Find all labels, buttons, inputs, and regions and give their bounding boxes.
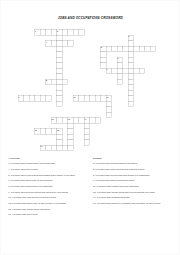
across-clues: ACROSS 1. a person who repairs water pip…	[8, 157, 84, 219]
clue-number: 2	[57, 30, 58, 32]
clue-number: 15	[35, 129, 37, 131]
page-title: JOBS AND OCCUPATIONS CROSSWORD	[0, 16, 180, 20]
clue-item: 12. a person who takes care of sick peop…	[8, 202, 84, 205]
grid-cell[interactable]	[106, 112, 112, 118]
clue-item: 9. a person who delivers letters and par…	[8, 190, 84, 193]
clue-item: 10. a person who cuts and styles people'…	[8, 196, 84, 199]
down-list: 2. a person who teaches children at scho…	[93, 162, 173, 205]
clue-item: 2. a person who teaches children at scho…	[93, 162, 173, 165]
grid-cell[interactable]	[139, 68, 145, 74]
crossword-grid: 1234567891011121314151617	[12, 30, 165, 153]
worksheet-page: JOBS AND OCCUPATIONS CROSSWORD 123456789…	[0, 0, 180, 255]
clue-item: 6. a person who bakes bread and cakes	[93, 179, 173, 182]
grid-cell[interactable]	[45, 96, 51, 102]
clue-item: 16. a person who works in a hospital and…	[93, 202, 173, 205]
grid-cell[interactable]	[128, 101, 134, 107]
grid-cell[interactable]	[56, 101, 62, 107]
grid-cell[interactable]	[117, 79, 123, 85]
clue-item: 1. a person who repairs water pipes and …	[8, 162, 84, 165]
clue-item: 5. a person who types letters and answer…	[8, 173, 84, 176]
clue-item: 3. a person who puts out fires and rescu…	[93, 168, 173, 171]
across-list: 1. a person who repairs water pipes and …	[8, 162, 84, 216]
clue-item: 7. a person who takes care of sick anima…	[8, 179, 84, 182]
clue-number: 17	[40, 145, 42, 147]
clues-section: ACROSS 1. a person who repairs water pip…	[8, 157, 175, 219]
clue-item: 13. a person who grows crops and keeps a…	[93, 190, 173, 193]
clue-number: 3	[128, 35, 129, 37]
clue-number: 5	[101, 46, 102, 48]
down-clues: DOWN 2. a person who teaches children at…	[93, 157, 173, 219]
grid-cell[interactable]	[67, 41, 73, 47]
clue-item: 5. a person who serves food and drinks i…	[93, 173, 173, 176]
clue-item: 4. a person who flies a plane	[8, 168, 84, 171]
clue-number: 10	[73, 96, 75, 98]
clue-item: 8. a person who cooks food in a restaura…	[8, 185, 84, 188]
across-header: ACROSS	[8, 157, 84, 160]
clue-number: 11	[106, 96, 108, 98]
clue-item: 11. a person who repairs cars and machin…	[93, 185, 173, 188]
clue-number: 16	[57, 129, 59, 131]
clue-item: 14. a person who designs buildings	[93, 196, 173, 199]
grid-cell[interactable]	[78, 30, 84, 36]
clue-item: 15. a person who paints walls and doors	[8, 207, 84, 210]
down-header: DOWN	[93, 157, 173, 160]
grid-cell[interactable]	[150, 46, 156, 52]
grid-cell[interactable]	[67, 145, 73, 151]
clue-number: 14	[84, 118, 86, 120]
grid-cell[interactable]	[62, 79, 68, 85]
clue-number: 12	[51, 118, 53, 120]
clue-number: 9	[18, 96, 19, 98]
clue-item: 17. a person who sells meat	[8, 213, 84, 216]
grid-cell[interactable]	[84, 140, 90, 146]
clue-number: 8	[46, 79, 47, 81]
clue-number: 6	[117, 57, 118, 59]
grid-cell[interactable]	[95, 118, 101, 124]
clue-number: 4	[46, 41, 47, 43]
clue-number: 1	[35, 30, 36, 32]
clue-number: 7	[106, 68, 107, 70]
clue-number: 13	[68, 118, 70, 120]
